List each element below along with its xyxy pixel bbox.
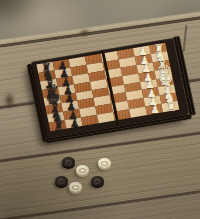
- dark-checker[interactable]: [55, 176, 68, 186]
- dark-checker[interactable]: [91, 176, 104, 186]
- light-checker[interactable]: [76, 165, 89, 175]
- square[interactable]: ♜: [161, 101, 179, 112]
- white-rook[interactable]: ♜: [159, 101, 184, 113]
- wood-knot: [4, 92, 15, 109]
- light-checker[interactable]: [98, 158, 111, 168]
- light-checker[interactable]: [69, 182, 82, 192]
- photo-scene: ♜♟♟♜♞♟♟♞♝♟♟♝♛♟♟♛♚♟♟♚♝♟♟♝♞♟♟♞♜♟♟♜: [0, 0, 200, 219]
- black-pawn[interactable]: ♟: [62, 118, 87, 129]
- square[interactable]: [97, 112, 115, 123]
- square[interactable]: ♟: [65, 118, 83, 129]
- dark-checker[interactable]: [62, 157, 75, 167]
